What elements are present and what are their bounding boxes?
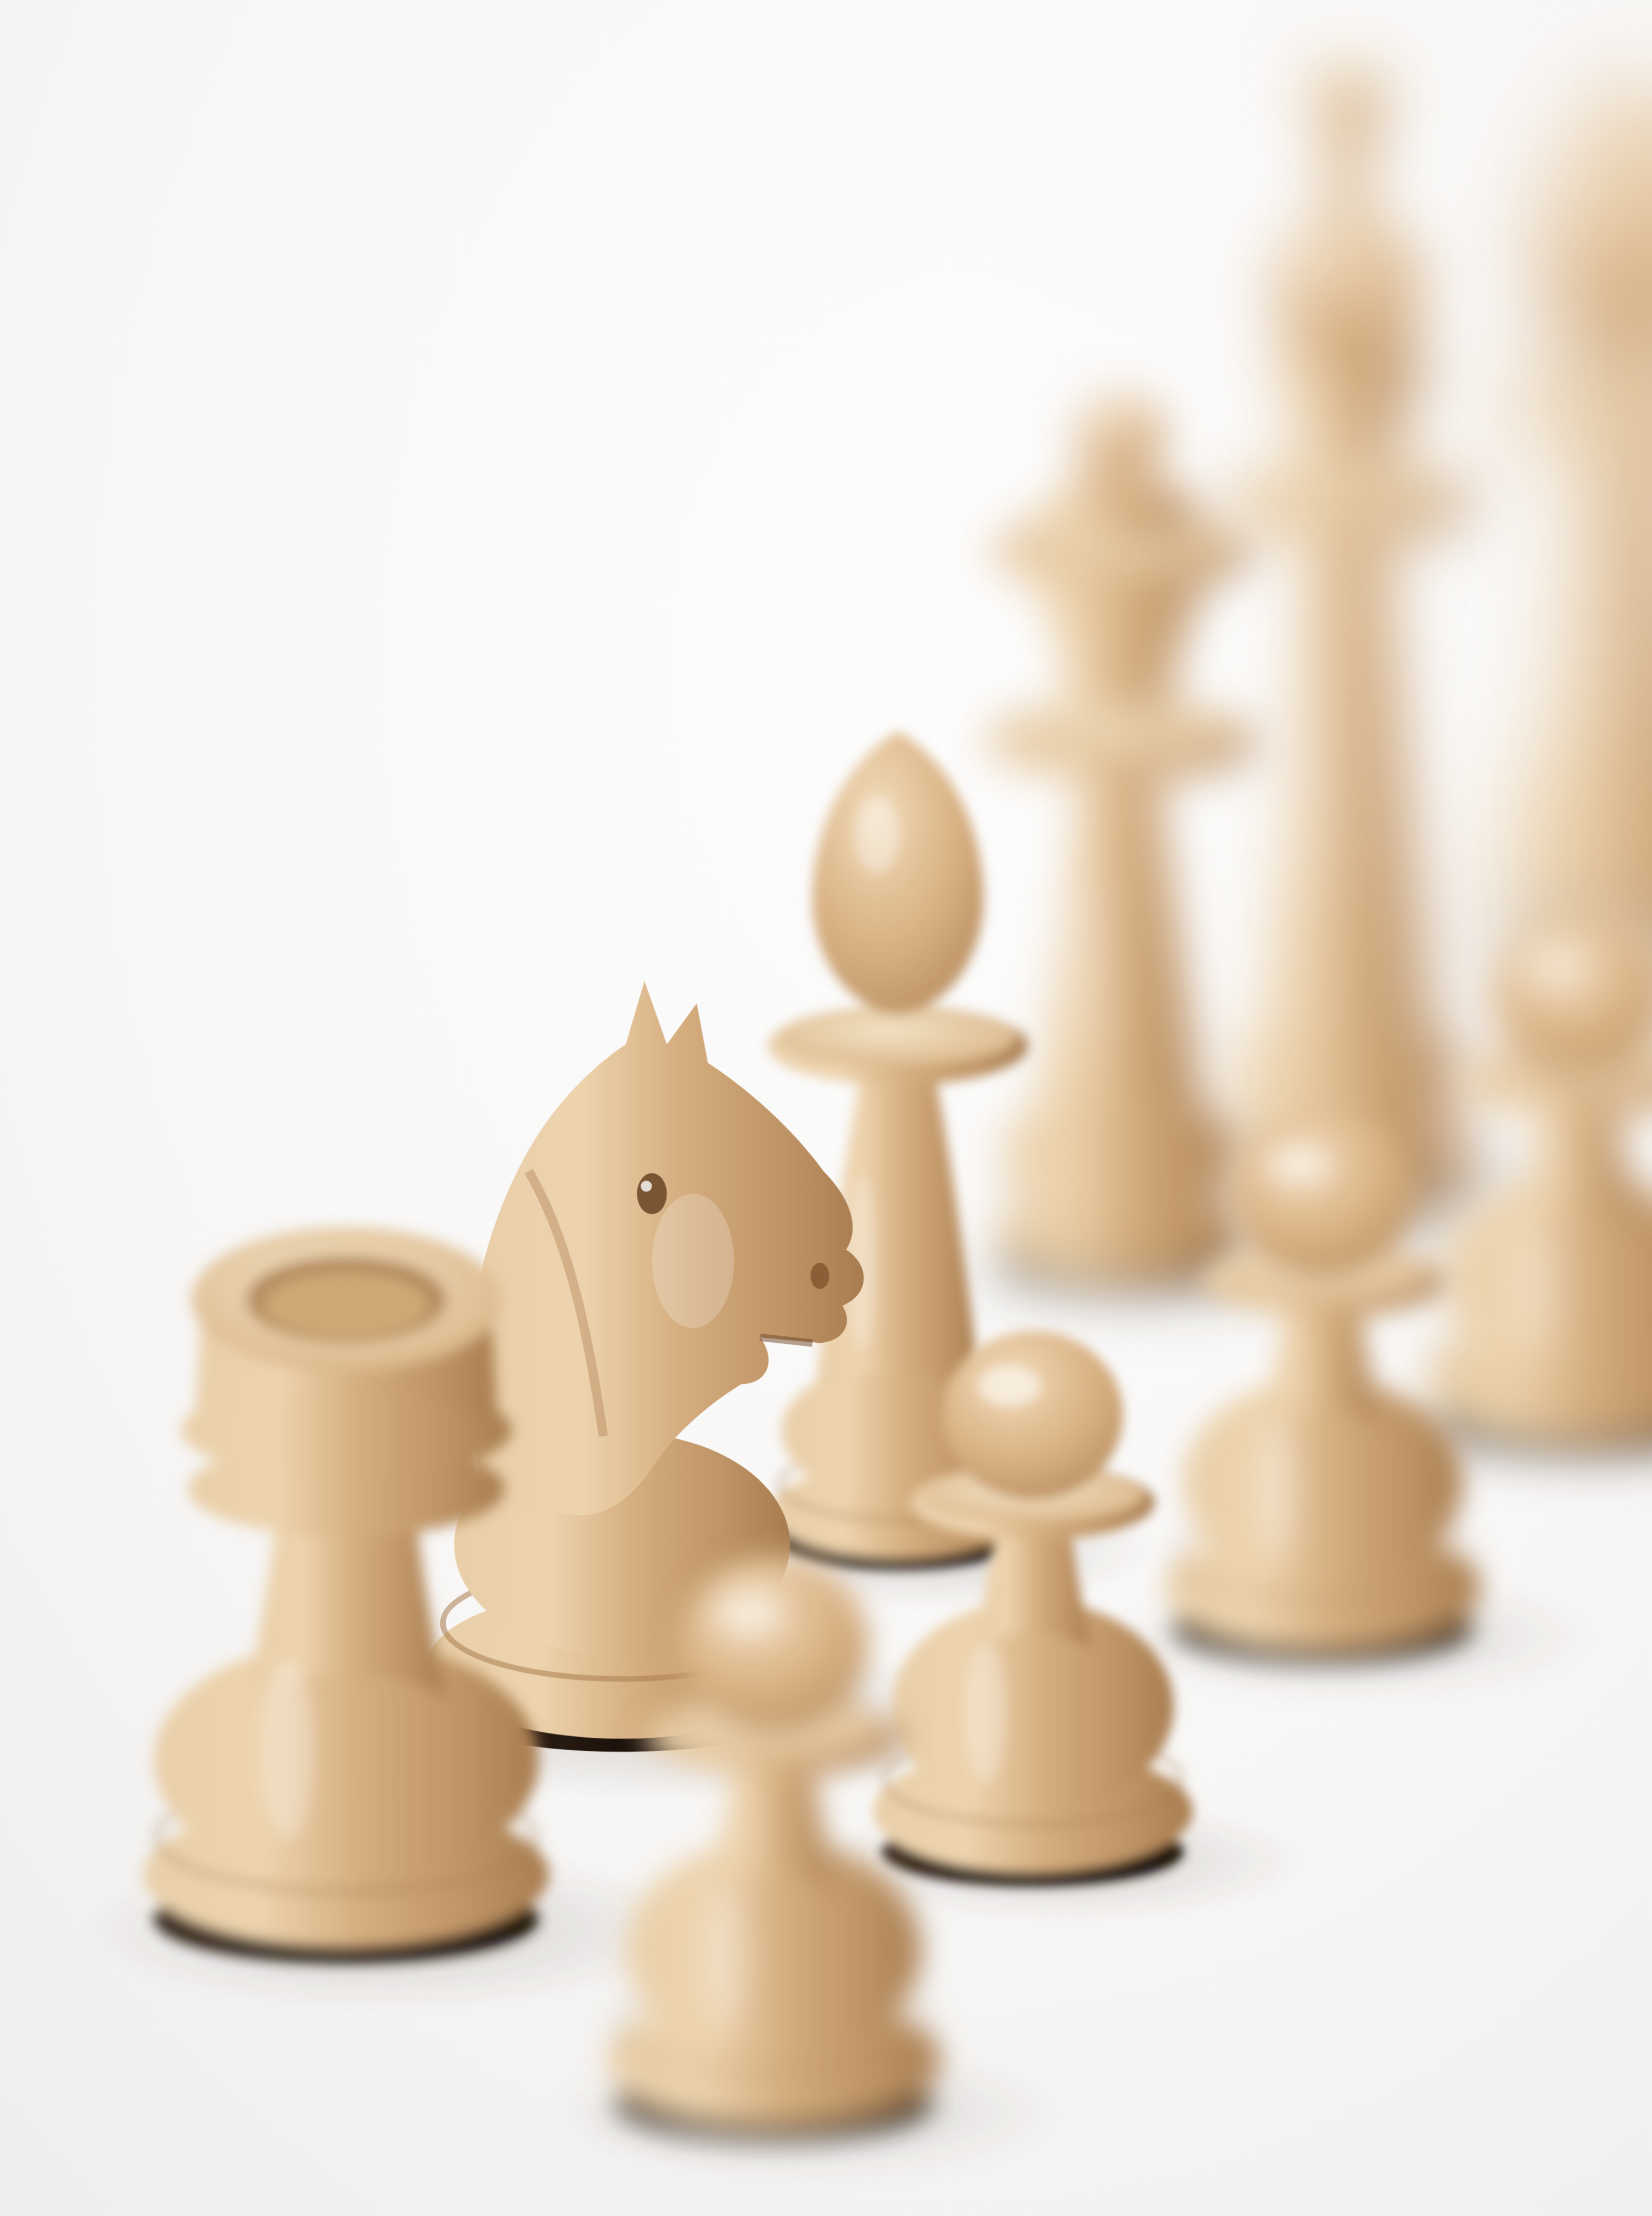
photo-canvas <box>0 0 1652 2216</box>
chess-pieces-photo <box>0 0 1652 2216</box>
